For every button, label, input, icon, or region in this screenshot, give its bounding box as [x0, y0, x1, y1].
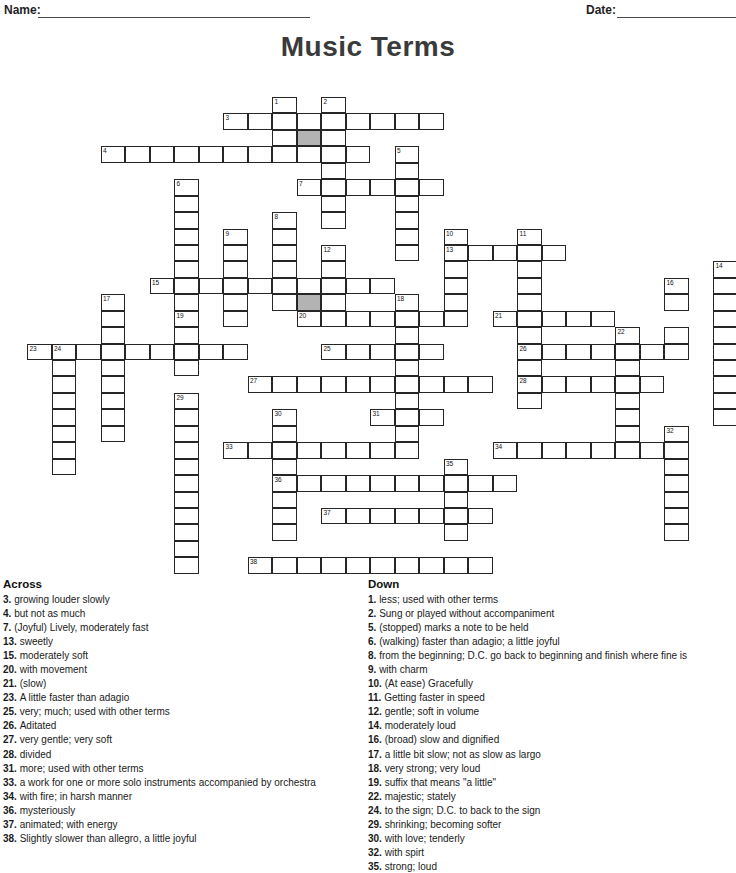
- clue-across-37: 37. animated; with energy: [3, 818, 365, 832]
- grid-cell[interactable]: [444, 278, 469, 294]
- grid-cell[interactable]: [395, 426, 420, 442]
- grid-cell[interactable]: [248, 146, 273, 162]
- grid-cell[interactable]: [101, 426, 126, 442]
- grid-cell[interactable]: [174, 261, 199, 277]
- grid-cell[interactable]: [248, 278, 273, 294]
- grid-cell[interactable]: [174, 229, 199, 245]
- grid-cell[interactable]: [346, 557, 371, 573]
- grid-cell[interactable]: [444, 294, 469, 310]
- grid-cell[interactable]: [297, 442, 322, 458]
- grid-cell[interactable]: 5: [395, 146, 420, 162]
- grid-cell[interactable]: [713, 344, 736, 360]
- page-title: Music Terms: [0, 31, 736, 63]
- grid-cell[interactable]: 2: [321, 97, 346, 113]
- grid-cell[interactable]: [395, 163, 420, 179]
- clue-down-16: 16. (broad) slow and dignified: [368, 733, 736, 747]
- grid-cell[interactable]: [321, 212, 346, 228]
- grid-cell[interactable]: [101, 393, 126, 409]
- grid-cell[interactable]: [615, 344, 640, 360]
- grid-cell[interactable]: [272, 245, 297, 261]
- grid-cell[interactable]: 14: [713, 261, 736, 277]
- grid-cell[interactable]: [174, 492, 199, 508]
- grid-cell[interactable]: [101, 360, 126, 376]
- cell-number: 16: [667, 279, 674, 287]
- grid-cell[interactable]: 23: [27, 344, 52, 360]
- grid-cell[interactable]: [272, 294, 297, 310]
- date-blank-line[interactable]: [617, 17, 736, 18]
- grid-cell[interactable]: [346, 508, 371, 524]
- grid-cell[interactable]: [150, 344, 175, 360]
- clue-across-4: 4. but not as much: [3, 607, 365, 621]
- grid-cell[interactable]: 12: [321, 245, 346, 261]
- grid-cell[interactable]: [174, 360, 199, 376]
- cell-number: 14: [716, 262, 723, 270]
- grid-cell[interactable]: [346, 179, 371, 195]
- grid-cell[interactable]: [664, 459, 689, 475]
- grid-cell[interactable]: [468, 245, 493, 261]
- date-label: Date:: [586, 3, 616, 17]
- grid-cell[interactable]: [52, 442, 77, 458]
- cell-number: 2: [324, 98, 328, 106]
- grid-cell[interactable]: [395, 393, 420, 409]
- grid-cell[interactable]: [395, 475, 420, 491]
- grid-cell[interactable]: [272, 278, 297, 294]
- grid-cell[interactable]: 13: [444, 245, 469, 261]
- grid-cell[interactable]: [346, 442, 371, 458]
- cell-number: 22: [618, 328, 625, 336]
- grid-cell[interactable]: [346, 146, 371, 162]
- grid-cell[interactable]: 36: [272, 475, 297, 491]
- clue-across-38: 38. Slightly slower than allegro, a litt…: [3, 832, 365, 846]
- grid-cell[interactable]: [272, 442, 297, 458]
- cell-number: 28: [520, 377, 527, 385]
- clue-across-33: 33. a work for one or more solo instrume…: [3, 776, 365, 790]
- grid-cell[interactable]: [566, 344, 591, 360]
- grid-cell[interactable]: [272, 113, 297, 129]
- grid-cell[interactable]: [395, 113, 420, 129]
- cell-number: 32: [667, 427, 674, 435]
- grid-cell-shaded: [297, 294, 322, 310]
- grid-cell[interactable]: 37: [321, 508, 346, 524]
- clue-across-3: 3. growing louder slowly: [3, 593, 365, 607]
- grid-cell[interactable]: [419, 376, 444, 392]
- grid-cell[interactable]: [713, 278, 736, 294]
- grid-cell[interactable]: [444, 261, 469, 277]
- grid-cell[interactable]: [444, 376, 469, 392]
- grid-cell[interactable]: 22: [615, 327, 640, 343]
- clue-across-28: 28. divided: [3, 748, 365, 762]
- grid-cell[interactable]: [542, 245, 567, 261]
- grid-cell[interactable]: [174, 459, 199, 475]
- grid-cell[interactable]: 26: [517, 344, 542, 360]
- grid-cell[interactable]: 10: [444, 229, 469, 245]
- grid-cell[interactable]: [52, 409, 77, 425]
- grid-cell[interactable]: [615, 393, 640, 409]
- grid-cell[interactable]: [174, 294, 199, 310]
- grid-cell[interactable]: [444, 557, 469, 573]
- down-heading: Down: [368, 578, 736, 590]
- grid-cell[interactable]: [615, 376, 640, 392]
- grid-cell[interactable]: [297, 557, 322, 573]
- grid-cell[interactable]: [664, 508, 689, 524]
- grid-cell[interactable]: [444, 475, 469, 491]
- grid-cell[interactable]: [174, 278, 199, 294]
- cell-number: 8: [275, 213, 279, 221]
- grid-cell[interactable]: 6: [174, 179, 199, 195]
- grid-cell[interactable]: [346, 278, 371, 294]
- grid-cell[interactable]: [591, 311, 616, 327]
- grid-cell[interactable]: [370, 557, 395, 573]
- grid-cell[interactable]: [419, 113, 444, 129]
- grid-cell[interactable]: [713, 327, 736, 343]
- grid-cell[interactable]: [174, 196, 199, 212]
- grid-cell[interactable]: [101, 311, 126, 327]
- cell-number: 17: [103, 295, 110, 303]
- grid-cell[interactable]: [395, 360, 420, 376]
- grid-cell[interactable]: [297, 146, 322, 162]
- grid-cell[interactable]: [591, 442, 616, 458]
- grid-cell[interactable]: [272, 376, 297, 392]
- grid-cell[interactable]: 38: [248, 557, 273, 573]
- grid-cell[interactable]: [101, 327, 126, 343]
- grid-cell[interactable]: [272, 524, 297, 540]
- grid-cell[interactable]: [517, 261, 542, 277]
- cell-number: 15: [152, 279, 159, 287]
- grid-cell[interactable]: [174, 409, 199, 425]
- grid-cell[interactable]: [174, 146, 199, 162]
- grid-cell[interactable]: [321, 376, 346, 392]
- cell-number: 35: [446, 460, 453, 468]
- grid-cell[interactable]: [272, 426, 297, 442]
- grid-cell[interactable]: [272, 146, 297, 162]
- grid-cell[interactable]: [321, 475, 346, 491]
- grid-cell[interactable]: [444, 508, 469, 524]
- grid-cell[interactable]: [664, 344, 689, 360]
- grid-cell[interactable]: [615, 426, 640, 442]
- grid-cell[interactable]: [223, 278, 248, 294]
- grid-cell[interactable]: [713, 409, 736, 425]
- clue-down-17: 17. a little bit slow; not as slow as la…: [368, 748, 736, 762]
- cell-number: 23: [30, 345, 37, 353]
- grid-cell[interactable]: [199, 146, 224, 162]
- grid-cell[interactable]: 35: [444, 459, 469, 475]
- grid-cell[interactable]: [664, 524, 689, 540]
- grid-cell[interactable]: [321, 278, 346, 294]
- cell-number: 38: [250, 558, 257, 566]
- grid-cell[interactable]: 33: [223, 442, 248, 458]
- grid-cell[interactable]: [419, 409, 444, 425]
- grid-cell[interactable]: [419, 179, 444, 195]
- grid-cell[interactable]: [52, 393, 77, 409]
- grid-cell[interactable]: 17: [101, 294, 126, 310]
- grid-cell[interactable]: [346, 311, 371, 327]
- grid-cell[interactable]: [297, 278, 322, 294]
- grid-cell[interactable]: [395, 245, 420, 261]
- clue-across-23: 23. A little faster than adagio: [3, 691, 365, 705]
- clue-across-7: 7. (Joyful) Lively, moderately fast: [3, 621, 365, 635]
- grid-cell[interactable]: [395, 229, 420, 245]
- cell-number: 21: [495, 312, 502, 320]
- grid-cell[interactable]: [395, 557, 420, 573]
- grid-cell[interactable]: [321, 179, 346, 195]
- grid-cell[interactable]: 19: [174, 311, 199, 327]
- grid-cell[interactable]: [615, 442, 640, 458]
- grid-cell[interactable]: [395, 311, 420, 327]
- grid-cell[interactable]: [566, 442, 591, 458]
- grid-cell[interactable]: [370, 344, 395, 360]
- grid-cell[interactable]: 25: [321, 344, 346, 360]
- grid-cell[interactable]: 34: [493, 442, 518, 458]
- grid-cell[interactable]: [395, 344, 420, 360]
- grid-cell[interactable]: [493, 475, 518, 491]
- grid-cell[interactable]: [223, 261, 248, 277]
- grid-cell[interactable]: [125, 146, 150, 162]
- grid-cell[interactable]: [468, 557, 493, 573]
- clue-across-36: 36. mysteriously: [3, 804, 365, 818]
- cell-number: 30: [275, 410, 282, 418]
- grid-cell[interactable]: [419, 508, 444, 524]
- grid-cell[interactable]: [615, 360, 640, 376]
- grid-cell[interactable]: [223, 245, 248, 261]
- grid-cell[interactable]: [174, 475, 199, 491]
- grid-cell[interactable]: [52, 426, 77, 442]
- grid-cell[interactable]: [664, 442, 689, 458]
- grid-cell[interactable]: [591, 376, 616, 392]
- grid-cell[interactable]: [419, 344, 444, 360]
- grid-cell[interactable]: [248, 113, 273, 129]
- grid-cell[interactable]: [297, 475, 322, 491]
- name-blank-line[interactable]: [38, 17, 310, 18]
- grid-cell[interactable]: [468, 475, 493, 491]
- grid-cell[interactable]: [713, 376, 736, 392]
- grid-cell[interactable]: [370, 113, 395, 129]
- grid-cell[interactable]: [321, 113, 346, 129]
- grid-cell[interactable]: [297, 113, 322, 129]
- grid-cell[interactable]: [174, 442, 199, 458]
- grid-cell[interactable]: [444, 492, 469, 508]
- grid-cell[interactable]: [395, 508, 420, 524]
- clue-down-8: 8. from the beginning; D.C. go back to b…: [368, 649, 736, 663]
- grid-cell[interactable]: [321, 196, 346, 212]
- grid-cell[interactable]: [370, 278, 395, 294]
- grid-cell[interactable]: [468, 508, 493, 524]
- grid-cell[interactable]: [542, 344, 567, 360]
- grid-cell[interactable]: [419, 311, 444, 327]
- cell-number: 27: [250, 377, 257, 385]
- grid-cell[interactable]: [370, 442, 395, 458]
- grid-cell[interactable]: [370, 179, 395, 195]
- grid-cell[interactable]: [174, 426, 199, 442]
- clue-across-27: 27. very gentle; very soft: [3, 733, 365, 747]
- grid-cell[interactable]: [346, 113, 371, 129]
- grid-cell[interactable]: [395, 179, 420, 195]
- cell-number: 25: [324, 345, 331, 353]
- grid-cell[interactable]: [174, 524, 199, 540]
- grid-cell[interactable]: [517, 360, 542, 376]
- grid-cell[interactable]: [321, 311, 346, 327]
- grid-cell[interactable]: [174, 212, 199, 228]
- grid-cell[interactable]: [346, 344, 371, 360]
- grid-cell[interactable]: [272, 557, 297, 573]
- grid-cell[interactable]: [52, 360, 77, 376]
- cell-number: 6: [177, 180, 181, 188]
- grid-cell[interactable]: [517, 245, 542, 261]
- grid-cell[interactable]: [199, 344, 224, 360]
- grid-cell[interactable]: 9: [223, 229, 248, 245]
- clue-down-30: 30. with love; tenderly: [368, 832, 736, 846]
- grid-cell[interactable]: [321, 163, 346, 179]
- worksheet-page: Name: Date: Music Terms 1234567891011121…: [0, 0, 736, 873]
- cell-number: 1: [275, 98, 279, 106]
- grid-cell[interactable]: 29: [174, 393, 199, 409]
- grid-cell[interactable]: [395, 327, 420, 343]
- grid-cell[interactable]: [640, 376, 665, 392]
- grid-cell[interactable]: [321, 442, 346, 458]
- grid-cell[interactable]: [272, 130, 297, 146]
- grid-cell[interactable]: [346, 376, 371, 392]
- grid-cell[interactable]: [664, 475, 689, 491]
- grid-cell[interactable]: 3: [223, 113, 248, 129]
- clue-down-19: 19. suffix that means "a little": [368, 776, 736, 790]
- grid-cell[interactable]: [542, 442, 567, 458]
- grid-cell[interactable]: [517, 442, 542, 458]
- grid-cell[interactable]: 21: [493, 311, 518, 327]
- grid-cell[interactable]: [76, 344, 101, 360]
- grid-cell[interactable]: [346, 475, 371, 491]
- grid-cell[interactable]: [713, 311, 736, 327]
- grid-cell[interactable]: [272, 492, 297, 508]
- grid-cell[interactable]: [395, 376, 420, 392]
- grid-cell[interactable]: 1: [272, 97, 297, 113]
- cell-number: 10: [446, 230, 453, 238]
- grid-cell[interactable]: [321, 557, 346, 573]
- grid-cell[interactable]: [713, 360, 736, 376]
- grid-cell[interactable]: [444, 311, 469, 327]
- grid-cell[interactable]: [370, 376, 395, 392]
- clue-across-21: 21. (slow): [3, 677, 365, 691]
- grid-cell[interactable]: [517, 278, 542, 294]
- grid-cell[interactable]: [52, 376, 77, 392]
- grid-cell[interactable]: [640, 344, 665, 360]
- cell-number: 18: [397, 295, 404, 303]
- grid-cell[interactable]: [223, 344, 248, 360]
- grid-cell[interactable]: [419, 475, 444, 491]
- grid-cell[interactable]: [321, 261, 346, 277]
- grid-cell[interactable]: [713, 294, 736, 310]
- grid-cell[interactable]: [199, 278, 224, 294]
- grid-cell[interactable]: [174, 557, 199, 573]
- grid-cell[interactable]: [664, 327, 689, 343]
- grid-cell[interactable]: 18: [395, 294, 420, 310]
- grid-cell[interactable]: [370, 508, 395, 524]
- grid-cell[interactable]: [395, 212, 420, 228]
- grid-cell[interactable]: [395, 409, 420, 425]
- grid-cell[interactable]: [419, 557, 444, 573]
- grid-cell[interactable]: [493, 245, 518, 261]
- grid-cell[interactable]: 28: [517, 376, 542, 392]
- grid-cell[interactable]: 31: [370, 409, 395, 425]
- grid-cell[interactable]: [517, 311, 542, 327]
- cell-number: 34: [495, 443, 502, 451]
- grid-cell[interactable]: [566, 376, 591, 392]
- grid-cell[interactable]: 16: [664, 278, 689, 294]
- grid-cell[interactable]: 30: [272, 409, 297, 425]
- grid-cell[interactable]: [444, 524, 469, 540]
- cell-number: 12: [324, 246, 331, 254]
- across-heading: Across: [3, 578, 365, 590]
- grid-cell[interactable]: [272, 459, 297, 475]
- grid-cell[interactable]: [150, 146, 175, 162]
- grid-cell[interactable]: [468, 376, 493, 392]
- grid-cell[interactable]: [101, 376, 126, 392]
- cell-number: 26: [520, 345, 527, 353]
- clue-across-26: 26. Aditated: [3, 719, 365, 733]
- grid-cell[interactable]: 24: [52, 344, 77, 360]
- grid-cell[interactable]: [321, 130, 346, 146]
- grid-cell[interactable]: [370, 475, 395, 491]
- grid-cell[interactable]: [517, 294, 542, 310]
- grid-cell[interactable]: [101, 344, 126, 360]
- grid-cell[interactable]: [272, 261, 297, 277]
- cell-number: 20: [299, 312, 306, 320]
- grid-cell[interactable]: [272, 229, 297, 245]
- grid-cell[interactable]: [517, 327, 542, 343]
- grid-cell[interactable]: [395, 442, 420, 458]
- grid-cell[interactable]: [566, 311, 591, 327]
- grid-cell[interactable]: [248, 442, 273, 458]
- grid-cell[interactable]: [517, 393, 542, 409]
- grid-cell[interactable]: [223, 146, 248, 162]
- grid-cell[interactable]: [713, 393, 736, 409]
- grid-cell[interactable]: [321, 146, 346, 162]
- grid-cell[interactable]: [664, 492, 689, 508]
- grid-cell[interactable]: 27: [248, 376, 273, 392]
- grid-cell[interactable]: [615, 409, 640, 425]
- grid-cell[interactable]: [272, 508, 297, 524]
- grid-cell[interactable]: 11: [517, 229, 542, 245]
- grid-cell[interactable]: [395, 196, 420, 212]
- cell-number: 36: [275, 476, 282, 484]
- clue-across-34: 34. with fire; in harsh manner: [3, 790, 365, 804]
- grid-cell[interactable]: [174, 327, 199, 343]
- grid-cell[interactable]: [370, 311, 395, 327]
- grid-cell[interactable]: [174, 245, 199, 261]
- grid-cell[interactable]: [174, 344, 199, 360]
- grid-cell[interactable]: [542, 311, 567, 327]
- grid-cell[interactable]: 7: [297, 179, 322, 195]
- grid-cell[interactable]: 8: [272, 212, 297, 228]
- grid-cell[interactable]: [321, 294, 346, 310]
- grid-cell[interactable]: [223, 311, 248, 327]
- grid-cell[interactable]: [52, 459, 77, 475]
- grid-cell[interactable]: [640, 442, 665, 458]
- grid-cell[interactable]: 4: [101, 146, 126, 162]
- grid-cell[interactable]: [297, 376, 322, 392]
- clue-down-14: 14. moderately loud: [368, 719, 736, 733]
- grid-cell[interactable]: [101, 409, 126, 425]
- grid-cell[interactable]: [174, 508, 199, 524]
- grid-cell[interactable]: 15: [150, 278, 175, 294]
- grid-cell[interactable]: [174, 541, 199, 557]
- grid-cell[interactable]: 20: [297, 311, 322, 327]
- clue-down-1: 1. less; used with other terms: [368, 593, 736, 607]
- grid-cell[interactable]: 32: [664, 426, 689, 442]
- grid-cell[interactable]: [125, 344, 150, 360]
- grid-cell[interactable]: [591, 344, 616, 360]
- grid-cell[interactable]: [664, 294, 689, 310]
- grid-cell[interactable]: [223, 294, 248, 310]
- grid-cell[interactable]: [542, 376, 567, 392]
